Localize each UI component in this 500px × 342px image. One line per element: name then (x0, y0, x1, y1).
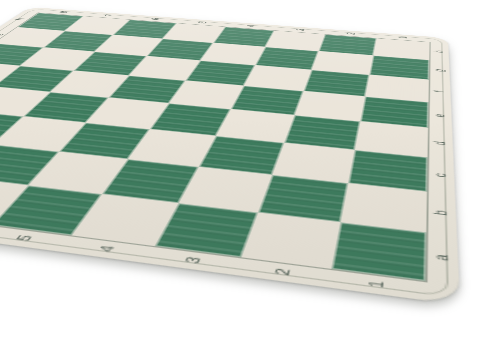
product-photo: 8877665544332211hhggffeeddccbbaa (0, 0, 500, 342)
board-grid (0, 13, 430, 281)
square-a1 (331, 222, 426, 281)
chess-board[interactable]: 8877665544332211hhggffeeddccbbaa (0, 7, 460, 305)
board-shadow: 8877665544332211hhggffeeddccbbaa (0, 0, 500, 342)
square-a2 (241, 212, 340, 268)
